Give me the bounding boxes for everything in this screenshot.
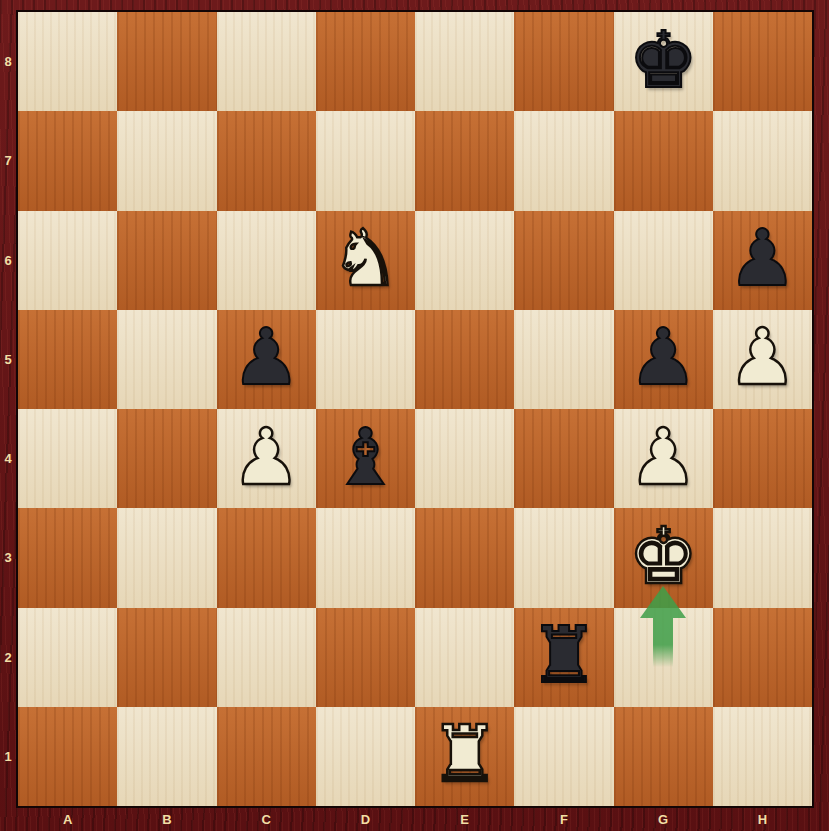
square-h5[interactable]: ♟ <box>713 310 812 409</box>
square-c8[interactable] <box>217 12 316 111</box>
square-e8[interactable] <box>415 12 514 111</box>
file-labels: ABCDEFGH <box>18 808 812 831</box>
square-a8[interactable] <box>18 12 117 111</box>
square-e2[interactable] <box>415 608 514 707</box>
chess-board[interactable]: ♚♞♟♟♟♟♟♝♟♚♜♜ <box>18 12 812 806</box>
square-e5[interactable] <box>415 310 514 409</box>
rank-label-1: 1 <box>0 707 16 806</box>
file-label-f: F <box>514 808 613 831</box>
piece-bB-d4[interactable]: ♝ <box>330 418 400 496</box>
square-f6[interactable] <box>514 211 613 310</box>
square-d6[interactable]: ♞ <box>316 211 415 310</box>
square-b5[interactable] <box>117 310 216 409</box>
square-a6[interactable] <box>18 211 117 310</box>
square-c5[interactable]: ♟ <box>217 310 316 409</box>
square-d7[interactable] <box>316 111 415 210</box>
square-f3[interactable] <box>514 508 613 607</box>
piece-wP-g4[interactable]: ♟ <box>628 418 698 496</box>
file-label-h: H <box>713 808 812 831</box>
file-label-g: G <box>614 808 713 831</box>
square-a2[interactable] <box>18 608 117 707</box>
square-f1[interactable] <box>514 707 613 806</box>
rank-label-7: 7 <box>0 111 16 210</box>
square-b6[interactable] <box>117 211 216 310</box>
piece-wR-e1[interactable]: ♜ <box>430 715 500 793</box>
piece-bK-g8[interactable]: ♚ <box>628 21 698 99</box>
rank-label-6: 6 <box>0 211 16 310</box>
square-g4[interactable]: ♟ <box>614 409 713 508</box>
square-d8[interactable] <box>316 12 415 111</box>
square-a3[interactable] <box>18 508 117 607</box>
square-c1[interactable] <box>217 707 316 806</box>
rank-label-3: 3 <box>0 508 16 607</box>
rank-labels: 87654321 <box>0 12 16 806</box>
square-b8[interactable] <box>117 12 216 111</box>
square-g6[interactable] <box>614 211 713 310</box>
square-a5[interactable] <box>18 310 117 409</box>
square-f2[interactable]: ♜ <box>514 608 613 707</box>
square-a4[interactable] <box>18 409 117 508</box>
board-border: ♚♞♟♟♟♟♟♝♟♚♜♜ <box>16 10 814 808</box>
rank-label-4: 4 <box>0 409 16 508</box>
square-g8[interactable]: ♚ <box>614 12 713 111</box>
file-label-d: D <box>316 808 415 831</box>
square-b1[interactable] <box>117 707 216 806</box>
square-b2[interactable] <box>117 608 216 707</box>
square-h1[interactable] <box>713 707 812 806</box>
square-f5[interactable] <box>514 310 613 409</box>
square-e1[interactable]: ♜ <box>415 707 514 806</box>
rank-label-5: 5 <box>0 310 16 409</box>
square-d1[interactable] <box>316 707 415 806</box>
square-h2[interactable] <box>713 608 812 707</box>
square-h8[interactable] <box>713 12 812 111</box>
square-h3[interactable] <box>713 508 812 607</box>
square-b7[interactable] <box>117 111 216 210</box>
square-h7[interactable] <box>713 111 812 210</box>
square-c7[interactable] <box>217 111 316 210</box>
square-f8[interactable] <box>514 12 613 111</box>
piece-bR-f2[interactable]: ♜ <box>529 616 599 694</box>
square-c2[interactable] <box>217 608 316 707</box>
square-g5[interactable]: ♟ <box>614 310 713 409</box>
square-a1[interactable] <box>18 707 117 806</box>
square-e3[interactable] <box>415 508 514 607</box>
piece-wN-d6[interactable]: ♞ <box>330 219 400 297</box>
square-d3[interactable] <box>316 508 415 607</box>
piece-bP-c5[interactable]: ♟ <box>231 318 301 396</box>
square-d4[interactable]: ♝ <box>316 409 415 508</box>
square-h4[interactable] <box>713 409 812 508</box>
square-g2[interactable] <box>614 608 713 707</box>
file-label-a: A <box>18 808 117 831</box>
square-g1[interactable] <box>614 707 713 806</box>
square-c6[interactable] <box>217 211 316 310</box>
file-label-c: C <box>217 808 316 831</box>
file-label-e: E <box>415 808 514 831</box>
square-g3[interactable]: ♚ <box>614 508 713 607</box>
square-a7[interactable] <box>18 111 117 210</box>
square-g7[interactable] <box>614 111 713 210</box>
piece-bP-g5[interactable]: ♟ <box>628 318 698 396</box>
piece-wK-g3[interactable]: ♚ <box>628 517 698 595</box>
rank-label-8: 8 <box>0 12 16 111</box>
square-d2[interactable] <box>316 608 415 707</box>
square-f4[interactable] <box>514 409 613 508</box>
square-b4[interactable] <box>117 409 216 508</box>
piece-wP-h5[interactable]: ♟ <box>727 318 797 396</box>
square-h6[interactable]: ♟ <box>713 211 812 310</box>
square-d5[interactable] <box>316 310 415 409</box>
square-f7[interactable] <box>514 111 613 210</box>
file-label-b: B <box>117 808 216 831</box>
square-e7[interactable] <box>415 111 514 210</box>
square-e4[interactable] <box>415 409 514 508</box>
piece-wP-c4[interactable]: ♟ <box>231 418 301 496</box>
square-b3[interactable] <box>117 508 216 607</box>
piece-bP-h6[interactable]: ♟ <box>727 219 797 297</box>
square-c3[interactable] <box>217 508 316 607</box>
rank-label-2: 2 <box>0 608 16 707</box>
square-c4[interactable]: ♟ <box>217 409 316 508</box>
square-e6[interactable] <box>415 211 514 310</box>
